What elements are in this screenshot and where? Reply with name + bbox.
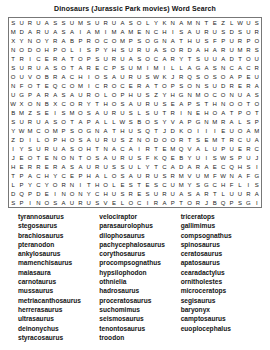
grid-cell: U	[236, 189, 244, 198]
grid-cell: Q	[51, 81, 59, 90]
grid-cell: R	[227, 135, 235, 144]
grid-cell: M	[194, 90, 202, 99]
grid-cell: O	[143, 36, 151, 45]
grid-cell: T	[244, 99, 252, 108]
grid-cell: C	[244, 63, 252, 72]
grid-cell: S	[244, 162, 252, 171]
grid-cell: O	[68, 189, 76, 198]
grid-cell: I	[26, 135, 34, 144]
grid-cell: K	[160, 72, 168, 81]
grid-cell: Q	[185, 72, 193, 81]
grid-cell: O	[93, 36, 101, 45]
grid-cell: U	[9, 90, 17, 99]
grid-cell: U	[110, 135, 118, 144]
grid-cell: A	[219, 54, 227, 63]
grid-cell: D	[177, 162, 185, 171]
word-list-item: compsognathus	[181, 231, 262, 240]
grid-cell: T	[152, 126, 160, 135]
grid-cell: T	[34, 81, 42, 90]
grid-cell: I	[26, 198, 34, 207]
grid-cell: H	[127, 90, 135, 99]
grid-cell: Y	[9, 126, 17, 135]
grid-cell: P	[236, 108, 244, 117]
word-list-item: herrerasaurus	[18, 305, 99, 314]
grid-cell: P	[253, 117, 261, 126]
grid-cell: S	[93, 54, 101, 63]
grid-cell: U	[194, 171, 202, 180]
grid-cell: T	[202, 99, 210, 108]
grid-cell: A	[227, 117, 235, 126]
grid-cell: A	[85, 135, 93, 144]
grid-cell: R	[34, 162, 42, 171]
grid-cell: B	[43, 72, 51, 81]
grid-cell: R	[51, 54, 59, 63]
grid-cell: A	[59, 72, 67, 81]
grid-cell: R	[194, 162, 202, 171]
grid-cell: A	[59, 162, 67, 171]
grid-cell: X	[9, 36, 17, 45]
grid-cell: O	[43, 135, 51, 144]
grid-cell: O	[185, 126, 193, 135]
grid-cell: O	[143, 54, 151, 63]
grid-cell: I	[253, 162, 261, 171]
grid-cell: S	[93, 198, 101, 207]
grid-cell: S	[85, 108, 93, 117]
grid-cell: A	[202, 63, 210, 72]
grid-cell: M	[51, 126, 59, 135]
grid-cell: O	[143, 135, 151, 144]
grid-cell: O	[26, 81, 34, 90]
grid-cell: U	[17, 72, 25, 81]
grid-cell: Y	[26, 180, 34, 189]
grid-cell: H	[76, 72, 84, 81]
grid-cell: I	[169, 27, 177, 36]
grid-cell: R	[177, 72, 185, 81]
grid-cell: A	[211, 45, 219, 54]
grid-cell: C	[34, 171, 42, 180]
grid-cell: A	[127, 171, 135, 180]
grid-cell: W	[236, 18, 244, 27]
grid-cell: S	[68, 126, 76, 135]
grid-cell: P	[169, 81, 177, 90]
grid-cell: O	[160, 135, 168, 144]
grid-cell: S	[9, 63, 17, 72]
grid-cell: A	[118, 18, 126, 27]
grid-cell: M	[211, 135, 219, 144]
grid-cell: U	[211, 54, 219, 63]
grid-cell: N	[59, 189, 67, 198]
grid-cell: W	[118, 117, 126, 126]
grid-cell: Y	[160, 90, 168, 99]
grid-cell: A	[68, 90, 76, 99]
grid-cell: R	[135, 81, 143, 90]
grid-cell: R	[101, 18, 109, 27]
grid-cell: U	[253, 72, 261, 81]
word-list-item: ceratosaurus	[181, 249, 262, 258]
grid-cell: V	[101, 198, 109, 207]
grid-cell: I	[51, 108, 59, 117]
grid-cell: I	[160, 63, 168, 72]
grid-cell: Q	[219, 198, 227, 207]
grid-cell: O	[59, 153, 67, 162]
grid-cell: S	[160, 45, 168, 54]
grid-cell: L	[135, 162, 143, 171]
grid-cell: U	[211, 27, 219, 36]
grid-cell: C	[160, 180, 168, 189]
grid-cell: O	[185, 81, 193, 90]
grid-cell: S	[253, 45, 261, 54]
word-list-item: ultrasaurus	[18, 314, 99, 323]
grid-cell: S	[59, 27, 67, 36]
grid-cell: J	[169, 72, 177, 81]
grid-cell: A	[236, 63, 244, 72]
grid-cell: A	[59, 36, 67, 45]
grid-cell: S	[160, 171, 168, 180]
grid-cell: S	[152, 180, 160, 189]
grid-cell: N	[185, 90, 193, 99]
grid-cell: Y	[177, 54, 185, 63]
grid-cell: U	[127, 126, 135, 135]
grid-cell: E	[43, 81, 51, 90]
grid-cell: U	[211, 144, 219, 153]
word-list-item: triceratops	[181, 212, 262, 221]
grid-cell: R	[169, 108, 177, 117]
grid-cell: O	[143, 117, 151, 126]
grid-cell: S	[118, 162, 126, 171]
grid-cell: S	[253, 18, 261, 27]
grid-cell: R	[127, 189, 135, 198]
grid-cell: U	[135, 72, 143, 81]
grid-cell: I	[26, 54, 34, 63]
grid-cell: O	[43, 198, 51, 207]
grid-cell: U	[85, 198, 93, 207]
grid-cell: M	[9, 27, 17, 36]
grid-cell: A	[244, 90, 252, 99]
word-list-item: ornitholestes	[181, 277, 262, 286]
grid-cell: E	[211, 162, 219, 171]
grid-cell: O	[51, 180, 59, 189]
grid-cell: O	[26, 99, 34, 108]
grid-cell: R	[152, 198, 160, 207]
grid-cell: R	[160, 189, 168, 198]
grid-cell: P	[26, 189, 34, 198]
grid-cell: P	[227, 198, 235, 207]
word-search-grid: SURUASSUMSURUASOLYKNAMNTEZLWUSMDARUASAIA…	[8, 17, 262, 208]
grid-cell: U	[211, 81, 219, 90]
grid-cell: W	[9, 99, 17, 108]
grid-cell: N	[93, 126, 101, 135]
grid-cell: O	[76, 54, 84, 63]
grid-cell: R	[177, 45, 185, 54]
grid-cell: T	[68, 117, 76, 126]
grid-cell: U	[51, 144, 59, 153]
grid-cell: U	[244, 153, 252, 162]
grid-cell: L	[110, 180, 118, 189]
grid-cell: R	[253, 27, 261, 36]
grid-cell: O	[219, 90, 227, 99]
grid-cell: S	[194, 180, 202, 189]
grid-cell: O	[85, 153, 93, 162]
grid-cell: I	[51, 189, 59, 198]
grid-cell: C	[227, 63, 235, 72]
grid-cell: E	[244, 72, 252, 81]
grid-cell: T	[253, 108, 261, 117]
grid-cell: D	[227, 54, 235, 63]
grid-cell: N	[68, 153, 76, 162]
grid-cell: L	[236, 117, 244, 126]
grid-cell: U	[118, 72, 126, 81]
grid-cell: N	[68, 180, 76, 189]
grid-cell: U	[93, 135, 101, 144]
grid-cell: N	[9, 81, 17, 90]
word-list-item: styracosaurus	[18, 333, 99, 342]
grid-cell: U	[244, 27, 252, 36]
grid-cell: S	[9, 198, 17, 207]
grid-cell: U	[227, 189, 235, 198]
word-list: tyrannosaurusstegosaurusbrachiosauruspte…	[18, 212, 262, 342]
grid-cell: S	[211, 72, 219, 81]
grid-cell: U	[34, 144, 42, 153]
word-list-item: baryonyx	[181, 305, 262, 314]
grid-cell: U	[43, 27, 51, 36]
grid-cell: R	[244, 189, 252, 198]
grid-cell: U	[17, 18, 25, 27]
grid-cell: A	[194, 189, 202, 198]
grid-cell: E	[43, 108, 51, 117]
grid-cell: P	[76, 171, 84, 180]
word-list-item: corythosaurus	[99, 249, 180, 258]
grid-cell: N	[194, 18, 202, 27]
grid-cell: R	[143, 144, 151, 153]
grid-cell: R	[227, 81, 235, 90]
grid-cell: M	[127, 27, 135, 36]
grid-cell: S	[227, 153, 235, 162]
grid-cell: S	[101, 72, 109, 81]
grid-cell: P	[127, 36, 135, 45]
grid-cell: L	[177, 63, 185, 72]
grid-cell: R	[244, 81, 252, 90]
grid-cell: N	[34, 99, 42, 108]
word-list-item: troodon	[99, 333, 180, 342]
grid-cell: S	[194, 54, 202, 63]
grid-cell: G	[194, 63, 202, 72]
grid-cell: P	[17, 171, 25, 180]
grid-cell: I	[143, 198, 151, 207]
grid-cell: Y	[152, 18, 160, 27]
grid-cell: B	[135, 117, 143, 126]
word-list-item: suchomimus	[99, 305, 180, 314]
grid-cell: H	[93, 180, 101, 189]
grid-cell: A	[177, 99, 185, 108]
grid-cell: R	[17, 54, 25, 63]
grid-cell: A	[93, 117, 101, 126]
grid-cell: S	[194, 99, 202, 108]
grid-cell: A	[59, 198, 67, 207]
word-list-item: maiasaura	[18, 268, 99, 277]
grid-cell: S	[51, 198, 59, 207]
grid-cell: O	[110, 36, 118, 45]
grid-cell: O	[169, 45, 177, 54]
grid-cell: Q	[17, 189, 25, 198]
grid-cell: M	[169, 144, 177, 153]
grid-cell: A	[59, 144, 67, 153]
grid-cell: O	[127, 198, 135, 207]
grid-cell: T	[68, 63, 76, 72]
grid-cell: S	[194, 72, 202, 81]
grid-cell: E	[169, 99, 177, 108]
grid-cell: E	[135, 27, 143, 36]
grid-cell: C	[152, 27, 160, 36]
grid-cell: T	[152, 81, 160, 90]
grid-cell: I	[9, 144, 17, 153]
grid-cell: A	[51, 27, 59, 36]
grid-cell: G	[194, 117, 202, 126]
grid-cell: T	[85, 180, 93, 189]
grid-cell: O	[59, 117, 67, 126]
grid-cell: Y	[185, 180, 193, 189]
grid-cell: D	[34, 189, 42, 198]
grid-cell: O	[68, 81, 76, 90]
grid-cell: F	[17, 81, 25, 90]
grid-cell: T	[68, 54, 76, 63]
grid-cell: C	[34, 126, 42, 135]
word-list-item: brachiosaurus	[18, 231, 99, 240]
grid-cell: E	[202, 135, 210, 144]
grid-cell: S	[68, 144, 76, 153]
grid-cell: G	[177, 90, 185, 99]
grid-cell: C	[211, 180, 219, 189]
grid-cell: O	[17, 45, 25, 54]
word-list-item: mussaurus	[18, 286, 99, 295]
grid-cell: S	[143, 72, 151, 81]
grid-cell: P	[110, 63, 118, 72]
grid-cell: A	[110, 144, 118, 153]
grid-cell: O	[110, 90, 118, 99]
grid-cell: I	[85, 72, 93, 81]
grid-cell: O	[26, 153, 34, 162]
grid-cell: T	[211, 189, 219, 198]
grid-cell: C	[34, 54, 42, 63]
grid-cell: E	[143, 180, 151, 189]
grid-cell: A	[169, 162, 177, 171]
grid-cell: A	[59, 54, 67, 63]
word-list-item: segisaurus	[181, 296, 262, 305]
grid-cell: T	[152, 144, 160, 153]
grid-cell: U	[202, 54, 210, 63]
grid-cell: V	[26, 72, 34, 81]
grid-cell: V	[185, 144, 193, 153]
grid-cell: R	[127, 72, 135, 81]
grid-cell: U	[253, 54, 261, 63]
grid-cell: S	[127, 180, 135, 189]
grid-cell: L	[227, 18, 235, 27]
grid-cell: E	[43, 189, 51, 198]
grid-cell: M	[253, 126, 261, 135]
grid-cell: I	[211, 126, 219, 135]
grid-cell: C	[152, 54, 160, 63]
grid-cell: U	[194, 36, 202, 45]
grid-cell: E	[219, 126, 227, 135]
grid-cell: H	[85, 144, 93, 153]
grid-cell: B	[177, 153, 185, 162]
grid-cell: A	[127, 144, 135, 153]
grid-cell: P	[17, 180, 25, 189]
grid-cell: S	[85, 45, 93, 54]
grid-cell: R	[135, 45, 143, 54]
grid-cell: R	[236, 36, 244, 45]
grid-cell: H	[202, 108, 210, 117]
grid-cell: S	[9, 18, 17, 27]
grid-cell: A	[169, 36, 177, 45]
grid-cell: C	[34, 180, 42, 189]
grid-cell: E	[17, 162, 25, 171]
grid-cell: Z	[127, 135, 135, 144]
grid-cell: E	[43, 162, 51, 171]
grid-cell: L	[202, 144, 210, 153]
grid-cell: N	[143, 27, 151, 36]
grid-cell: U	[169, 189, 177, 198]
grid-cell: O	[236, 99, 244, 108]
grid-cell: A	[177, 117, 185, 126]
grid-cell: A	[219, 108, 227, 117]
grid-cell: N	[9, 45, 17, 54]
grid-cell: S	[202, 36, 210, 45]
grid-cell: D	[26, 45, 34, 54]
grid-cell: G	[253, 171, 261, 180]
grid-cell: J	[9, 153, 17, 162]
grid-cell: P	[85, 54, 93, 63]
grid-cell: D	[152, 135, 160, 144]
grid-cell: I	[101, 27, 109, 36]
grid-cell: U	[34, 117, 42, 126]
grid-cell: P	[26, 90, 34, 99]
grid-cell: P	[17, 198, 25, 207]
grid-cell: R	[219, 45, 227, 54]
grid-cell: E	[110, 198, 118, 207]
grid-cell: A	[244, 126, 252, 135]
grid-cell: L	[101, 90, 109, 99]
grid-cell: O	[68, 135, 76, 144]
grid-cell: O	[236, 126, 244, 135]
grid-cell: A	[127, 54, 135, 63]
word-list-item: deinonychus	[18, 324, 99, 333]
grid-cell: S	[85, 18, 93, 27]
grid-cell: S	[211, 153, 219, 162]
grid-cell: M	[185, 18, 193, 27]
grid-cell: M	[26, 126, 34, 135]
grid-cell: S	[76, 135, 84, 144]
grid-cell: T	[160, 108, 168, 117]
grid-cell: C	[118, 144, 126, 153]
grid-cell: C	[59, 99, 67, 108]
grid-cell: U	[68, 18, 76, 27]
grid-cell: Z	[26, 108, 34, 117]
grid-cell: D	[17, 27, 25, 36]
grid-cell: W	[219, 171, 227, 180]
grid-cell: U	[17, 63, 25, 72]
grid-cell: C	[211, 90, 219, 99]
grid-cell: Y	[85, 99, 93, 108]
grid-cell: A	[101, 126, 109, 135]
grid-cell: I	[85, 81, 93, 90]
grid-cell: U	[169, 180, 177, 189]
grid-cell: N	[76, 189, 84, 198]
grid-cell: W	[219, 153, 227, 162]
grid-cell: S	[110, 162, 118, 171]
grid-cell: O	[253, 99, 261, 108]
grid-cell: U	[68, 198, 76, 207]
grid-cell: L	[219, 189, 227, 198]
